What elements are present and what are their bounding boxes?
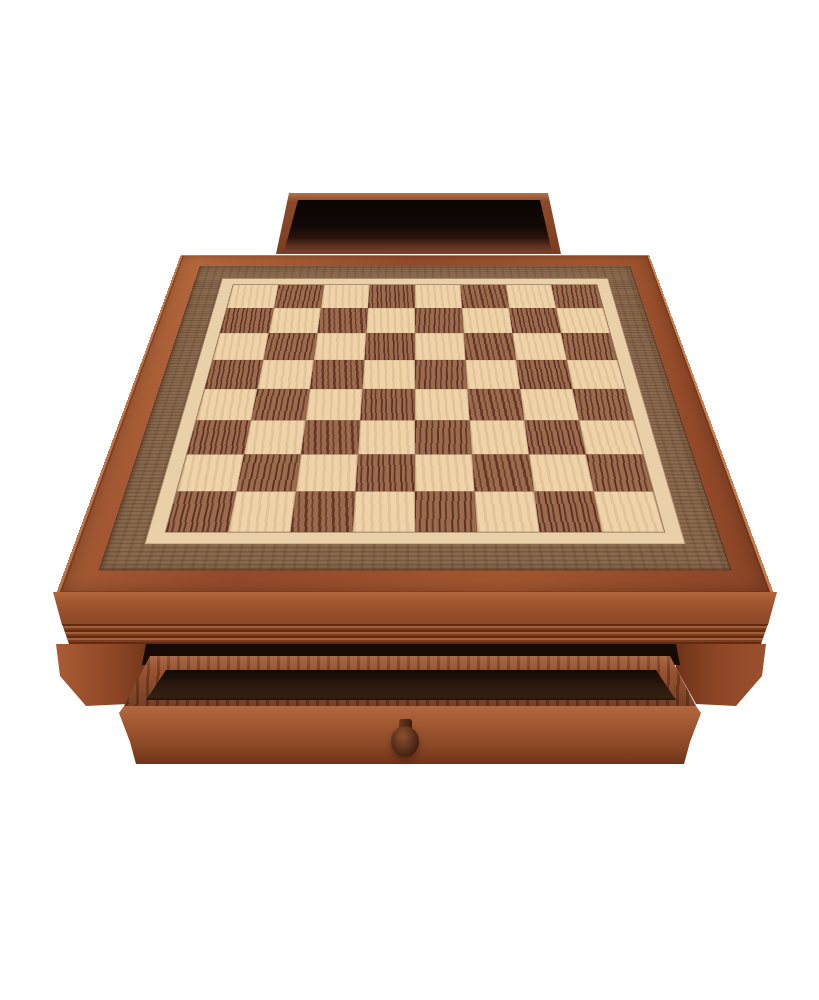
board-square[interactable] bbox=[415, 308, 464, 333]
board-square[interactable] bbox=[573, 389, 634, 420]
board-square[interactable] bbox=[561, 333, 617, 360]
board-square[interactable] bbox=[236, 454, 301, 491]
front-drawer-knob bbox=[391, 726, 419, 757]
board-square[interactable] bbox=[220, 308, 274, 333]
board-square[interactable] bbox=[415, 360, 468, 389]
board-square[interactable] bbox=[310, 360, 365, 389]
board-square[interactable] bbox=[524, 420, 586, 454]
board-square[interactable] bbox=[415, 389, 470, 420]
board-square[interactable] bbox=[353, 491, 415, 531]
board-square[interactable] bbox=[251, 389, 310, 420]
board-square[interactable] bbox=[177, 454, 244, 491]
board-square[interactable] bbox=[244, 420, 306, 454]
board-square[interactable] bbox=[516, 360, 572, 389]
board-square[interactable] bbox=[314, 333, 366, 360]
board-square[interactable] bbox=[512, 333, 566, 360]
board-square[interactable] bbox=[556, 308, 610, 333]
board-square[interactable] bbox=[366, 308, 415, 333]
board-square[interactable] bbox=[567, 360, 625, 389]
board-square[interactable] bbox=[468, 389, 525, 420]
board-frame-mahogany bbox=[56, 255, 775, 595]
board-border-walnut bbox=[99, 266, 732, 571]
board-square[interactable] bbox=[358, 420, 415, 454]
board-square[interactable] bbox=[263, 333, 317, 360]
board-square[interactable] bbox=[296, 454, 358, 491]
board-square[interactable] bbox=[586, 454, 653, 491]
board-square[interactable] bbox=[360, 389, 415, 420]
squares-grid bbox=[166, 285, 664, 532]
board-square[interactable] bbox=[534, 491, 602, 531]
board-square[interactable] bbox=[472, 454, 534, 491]
board-square[interactable] bbox=[506, 285, 556, 308]
board-square[interactable] bbox=[257, 360, 313, 389]
board-square[interactable] bbox=[213, 333, 269, 360]
board-square[interactable] bbox=[274, 285, 324, 308]
board-square[interactable] bbox=[362, 360, 415, 389]
board-square[interactable] bbox=[301, 420, 360, 454]
board-square[interactable] bbox=[321, 285, 370, 308]
product-photo bbox=[0, 0, 819, 1000]
board-square[interactable] bbox=[166, 491, 237, 531]
board-square[interactable] bbox=[462, 308, 512, 333]
board-square[interactable] bbox=[269, 308, 321, 333]
board-square[interactable] bbox=[415, 491, 477, 531]
board-square[interactable] bbox=[520, 389, 579, 420]
board-square[interactable] bbox=[470, 420, 529, 454]
board-square[interactable] bbox=[579, 420, 643, 454]
board-square[interactable] bbox=[187, 420, 251, 454]
board-square[interactable] bbox=[475, 491, 540, 531]
board-square[interactable] bbox=[509, 308, 561, 333]
board-square[interactable] bbox=[529, 454, 594, 491]
board-square[interactable] bbox=[460, 285, 509, 308]
board-square[interactable] bbox=[228, 491, 296, 531]
chess-board-surface bbox=[56, 255, 775, 595]
board-square[interactable] bbox=[594, 491, 665, 531]
board-square[interactable] bbox=[196, 389, 257, 420]
board-square[interactable] bbox=[227, 285, 279, 308]
board-square[interactable] bbox=[464, 333, 516, 360]
board-square[interactable] bbox=[415, 454, 475, 491]
board-square[interactable] bbox=[415, 285, 462, 308]
board-square[interactable] bbox=[318, 308, 368, 333]
board-square[interactable] bbox=[306, 389, 363, 420]
board-square[interactable] bbox=[415, 420, 472, 454]
board-square[interactable] bbox=[355, 454, 415, 491]
board-square[interactable] bbox=[551, 285, 603, 308]
board-square[interactable] bbox=[205, 360, 263, 389]
board-square[interactable] bbox=[415, 333, 466, 360]
board-square[interactable] bbox=[290, 491, 355, 531]
board-square[interactable] bbox=[364, 333, 415, 360]
board-square[interactable] bbox=[466, 360, 521, 389]
board-square[interactable] bbox=[368, 285, 415, 308]
board-border-maple bbox=[144, 278, 685, 544]
